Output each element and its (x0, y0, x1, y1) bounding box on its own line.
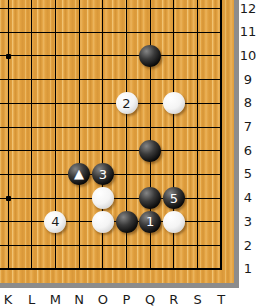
stone-white-P8[interactable]: 2 (116, 92, 138, 114)
go-board[interactable] (0, 0, 234, 283)
stone-white-O3[interactable] (92, 211, 114, 233)
grid-vline-K (8, 0, 9, 270)
grid-hline-10 (0, 55, 222, 56)
row-label-10: 10 (237, 48, 259, 64)
stone-white-R3[interactable] (163, 211, 185, 233)
grid-hline-1 (0, 268, 222, 270)
triangle-mark-icon: ▲ (74, 167, 84, 180)
stone-black-P3[interactable] (116, 211, 138, 233)
row-label-11: 11 (237, 24, 259, 40)
col-label-T: T (210, 292, 232, 308)
stone-white-O4[interactable] (92, 187, 114, 209)
star-point-K4 (6, 196, 11, 201)
grid-vline-N (79, 0, 80, 270)
col-label-P: P (116, 292, 138, 308)
grid-hline-7 (0, 127, 222, 128)
grid-vline-L (31, 0, 32, 270)
grid-hline-11 (0, 32, 222, 33)
col-label-L: L (21, 292, 43, 308)
col-label-K: K (0, 292, 19, 308)
col-label-M: M (44, 292, 66, 308)
star-point-K10 (6, 54, 11, 59)
row-label-1: 1 (237, 261, 259, 277)
move-number-label: 1 (146, 215, 154, 228)
grid-hline-12 (0, 8, 222, 9)
move-number-label: 3 (99, 168, 107, 181)
grid-hline-2 (0, 245, 222, 246)
row-label-2: 2 (237, 238, 259, 254)
grid-hline-8 (0, 103, 222, 104)
stone-black-Q10[interactable] (139, 45, 161, 67)
grid-hline-9 (0, 79, 222, 80)
row-label-7: 7 (237, 119, 259, 135)
row-label-9: 9 (237, 72, 259, 88)
row-label-6: 6 (237, 143, 259, 159)
col-label-R: R (163, 292, 185, 308)
move-number-label: 4 (51, 215, 59, 228)
go-diagram: 121110987654321KLMNOPQRST2▲3541 (0, 0, 260, 308)
grid-vline-S (197, 0, 198, 270)
col-label-O: O (92, 292, 114, 308)
col-label-S: S (187, 292, 209, 308)
stone-black-Q3[interactable]: 1 (139, 211, 161, 233)
grid-vline-T (220, 0, 222, 270)
board-edge-bottom (0, 283, 239, 288)
row-label-8: 8 (237, 95, 259, 111)
col-label-N: N (68, 292, 90, 308)
move-number-label: 2 (122, 97, 130, 110)
stone-black-R4[interactable]: 5 (163, 187, 185, 209)
row-label-4: 4 (237, 190, 259, 206)
row-label-3: 3 (237, 214, 259, 230)
grid-hline-6 (0, 150, 222, 151)
stone-black-Q6[interactable] (139, 140, 161, 162)
row-label-12: 12 (237, 1, 259, 17)
move-number-label: 5 (170, 192, 178, 205)
row-label-5: 5 (237, 166, 259, 182)
col-label-Q: Q (139, 292, 161, 308)
